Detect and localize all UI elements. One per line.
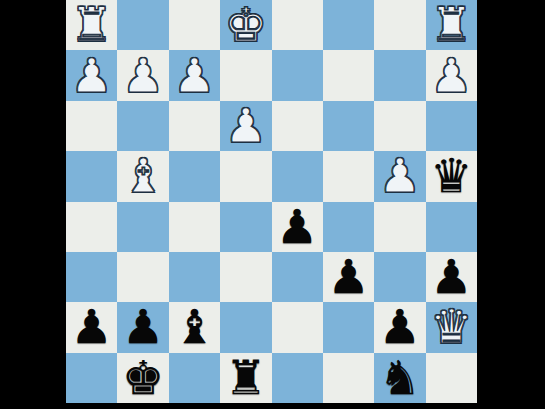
- square-b8[interactable]: ♞: [374, 353, 425, 403]
- white-king[interactable]: ♚: [225, 0, 267, 50]
- square-c7[interactable]: [323, 302, 374, 352]
- black-bishop[interactable]: ♝: [173, 302, 215, 352]
- square-f1[interactable]: [169, 0, 220, 50]
- square-b1[interactable]: [374, 0, 425, 50]
- square-a5[interactable]: [426, 202, 477, 252]
- black-pawn[interactable]: ♟: [430, 252, 472, 302]
- square-e5[interactable]: [220, 202, 271, 252]
- black-rook[interactable]: ♜: [225, 353, 267, 403]
- square-f5[interactable]: [169, 202, 220, 252]
- chess-board: ♜♚♜♟♟♟♟♟♝♟♛♟♟♟♟♟♝♟♛♚♜♞: [66, 0, 477, 403]
- black-pawn[interactable]: ♟: [379, 302, 421, 352]
- white-bishop[interactable]: ♝: [122, 151, 164, 201]
- square-g5[interactable]: [117, 202, 168, 252]
- square-f2[interactable]: ♟: [169, 50, 220, 100]
- square-f6[interactable]: [169, 252, 220, 302]
- square-h7[interactable]: ♟: [66, 302, 117, 352]
- black-king[interactable]: ♚: [122, 353, 164, 403]
- white-rook[interactable]: ♜: [430, 0, 472, 50]
- square-h8[interactable]: [66, 353, 117, 403]
- square-c5[interactable]: [323, 202, 374, 252]
- square-e2[interactable]: [220, 50, 271, 100]
- square-h4[interactable]: [66, 151, 117, 201]
- black-pawn[interactable]: ♟: [71, 302, 113, 352]
- square-c8[interactable]: [323, 353, 374, 403]
- square-e6[interactable]: [220, 252, 271, 302]
- square-b7[interactable]: ♟: [374, 302, 425, 352]
- white-pawn[interactable]: ♟: [173, 51, 215, 101]
- white-pawn[interactable]: ♟: [122, 51, 164, 101]
- square-e7[interactable]: [220, 302, 271, 352]
- square-e8[interactable]: ♜: [220, 353, 271, 403]
- square-a8[interactable]: [426, 353, 477, 403]
- video-frame: ♜♚♜♟♟♟♟♟♝♟♛♟♟♟♟♟♝♟♛♚♜♞: [0, 0, 545, 409]
- square-d7[interactable]: [272, 302, 323, 352]
- square-g8[interactable]: ♚: [117, 353, 168, 403]
- black-queen[interactable]: ♛: [430, 151, 472, 201]
- black-knight[interactable]: ♞: [379, 353, 421, 403]
- square-g1[interactable]: [117, 0, 168, 50]
- square-b3[interactable]: [374, 101, 425, 151]
- square-g4[interactable]: ♝: [117, 151, 168, 201]
- square-d6[interactable]: [272, 252, 323, 302]
- square-c2[interactable]: [323, 50, 374, 100]
- square-h5[interactable]: [66, 202, 117, 252]
- square-h2[interactable]: ♟: [66, 50, 117, 100]
- white-pawn[interactable]: ♟: [225, 101, 267, 151]
- square-d3[interactable]: [272, 101, 323, 151]
- square-f3[interactable]: [169, 101, 220, 151]
- square-d8[interactable]: [272, 353, 323, 403]
- white-pawn[interactable]: ♟: [71, 51, 113, 101]
- square-c6[interactable]: ♟: [323, 252, 374, 302]
- square-c1[interactable]: [323, 0, 374, 50]
- square-f4[interactable]: [169, 151, 220, 201]
- square-a3[interactable]: [426, 101, 477, 151]
- square-a1[interactable]: ♜: [426, 0, 477, 50]
- square-g3[interactable]: [117, 101, 168, 151]
- square-b6[interactable]: [374, 252, 425, 302]
- square-c3[interactable]: [323, 101, 374, 151]
- white-pawn[interactable]: ♟: [430, 51, 472, 101]
- square-a7[interactable]: ♛: [426, 302, 477, 352]
- square-a2[interactable]: ♟: [426, 50, 477, 100]
- square-b4[interactable]: ♟: [374, 151, 425, 201]
- square-b2[interactable]: [374, 50, 425, 100]
- square-d2[interactable]: [272, 50, 323, 100]
- white-queen[interactable]: ♛: [430, 302, 472, 352]
- square-h1[interactable]: ♜: [66, 0, 117, 50]
- white-pawn[interactable]: ♟: [379, 151, 421, 201]
- square-d5[interactable]: ♟: [272, 202, 323, 252]
- square-c4[interactable]: [323, 151, 374, 201]
- square-g7[interactable]: ♟: [117, 302, 168, 352]
- square-a6[interactable]: ♟: [426, 252, 477, 302]
- square-f8[interactable]: [169, 353, 220, 403]
- black-pawn[interactable]: ♟: [276, 202, 318, 252]
- square-b5[interactable]: [374, 202, 425, 252]
- square-f7[interactable]: ♝: [169, 302, 220, 352]
- white-rook[interactable]: ♜: [71, 0, 113, 50]
- square-e4[interactable]: [220, 151, 271, 201]
- square-e1[interactable]: ♚: [220, 0, 271, 50]
- square-d1[interactable]: [272, 0, 323, 50]
- square-d4[interactable]: [272, 151, 323, 201]
- black-pawn[interactable]: ♟: [327, 252, 369, 302]
- square-h3[interactable]: [66, 101, 117, 151]
- square-a4[interactable]: ♛: [426, 151, 477, 201]
- square-g2[interactable]: ♟: [117, 50, 168, 100]
- square-g6[interactable]: [117, 252, 168, 302]
- square-e3[interactable]: ♟: [220, 101, 271, 151]
- black-pawn[interactable]: ♟: [122, 302, 164, 352]
- square-h6[interactable]: [66, 252, 117, 302]
